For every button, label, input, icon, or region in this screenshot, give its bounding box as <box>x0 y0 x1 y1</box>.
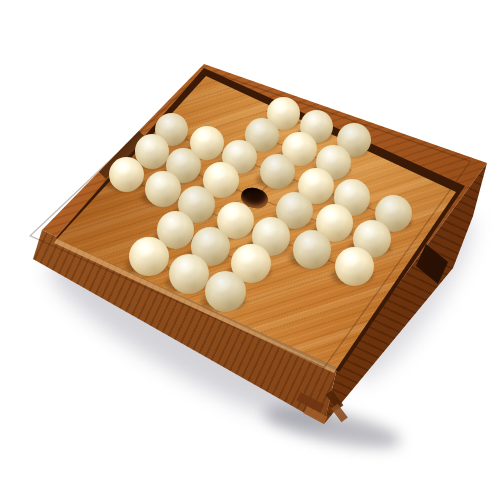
marble[interactable] <box>129 237 168 276</box>
marble[interactable] <box>260 154 295 189</box>
marble[interactable] <box>293 230 332 269</box>
marble[interactable] <box>205 271 246 312</box>
solitaire-board-photo <box>0 0 500 500</box>
marble[interactable] <box>109 157 144 192</box>
marble[interactable] <box>169 254 209 294</box>
